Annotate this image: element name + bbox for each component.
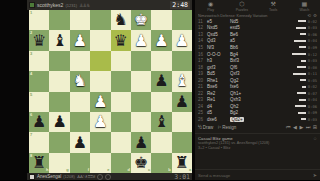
white-move[interactable]: Qxd5 xyxy=(207,32,230,37)
square-e6[interactable]: ♟ xyxy=(90,112,110,132)
file-label-b: b xyxy=(168,168,170,172)
square-a7[interactable] xyxy=(172,132,192,152)
black-move[interactable]: Qf6 xyxy=(230,65,253,70)
piece-black-pawn-c7[interactable]: ♟ xyxy=(131,132,151,152)
square-e3[interactable] xyxy=(90,51,110,71)
piece-black-knight-d1[interactable]: ♞ xyxy=(111,10,131,30)
move-time-bar xyxy=(299,46,306,48)
move-time-value: 0:07 xyxy=(308,91,317,96)
move-time-bar xyxy=(300,33,306,35)
send-icon[interactable]: ➤ xyxy=(313,172,317,178)
move-number: 17 xyxy=(198,58,207,63)
move-time-bar xyxy=(292,53,306,55)
piece-white-knight-f4[interactable]: ♞ xyxy=(70,71,90,91)
piece-black-pawn-a5[interactable]: ♟ xyxy=(172,92,192,112)
move-time: 0:04 xyxy=(294,38,317,43)
piece-white-pawn-a2[interactable]: ♟ xyxy=(172,30,192,50)
square-g6[interactable]: ♟ xyxy=(49,112,69,132)
square-f4[interactable]: ♞ xyxy=(70,71,90,91)
move-number: 26 xyxy=(198,117,207,122)
white-move[interactable]: O-O-O xyxy=(207,52,230,57)
square-c6[interactable] xyxy=(131,112,151,132)
move-time: 0:12 xyxy=(292,52,317,57)
black-move[interactable]: Be6 xyxy=(230,32,253,37)
move-time-bar xyxy=(298,112,306,114)
piece-white-pawn-e6[interactable]: ♟ xyxy=(90,112,110,132)
white-move[interactable]: Re1 xyxy=(207,97,230,102)
square-h2[interactable]: 2♛ xyxy=(29,30,49,50)
white-move[interactable]: Bd5 xyxy=(207,71,230,76)
piece-black-pawn-f7[interactable]: ♟ xyxy=(70,132,90,152)
watch-icon: ▦ xyxy=(289,1,320,8)
piece-white-pawn-e5[interactable]: ♟ xyxy=(90,92,110,112)
square-c1[interactable]: ♚ xyxy=(131,10,151,30)
move-time-value: 0:03 xyxy=(308,58,317,63)
move-number: 25 xyxy=(198,110,207,115)
top-player-rating: (1231) xyxy=(65,3,77,8)
square-g7[interactable] xyxy=(49,132,69,152)
draw-icon: ½ xyxy=(198,125,202,130)
nav-item-watch[interactable]: ▦Watch xyxy=(289,1,320,12)
top-player-captured-pieces: ♟♟♞ xyxy=(79,2,89,8)
square-f5[interactable] xyxy=(70,92,90,112)
move-time-value: 0:05 xyxy=(308,78,317,83)
square-h5[interactable]: 5 xyxy=(29,92,49,112)
square-b5[interactable] xyxy=(151,92,171,112)
black-move[interactable]: Qh1+ xyxy=(230,91,253,96)
move-navigation: ⏮◀▶⏭⊞ xyxy=(286,124,317,131)
square-c5[interactable] xyxy=(131,92,151,112)
move-time-value: 0:04 xyxy=(308,38,317,43)
square-e2[interactable] xyxy=(90,30,110,50)
piece-black-queen-d2[interactable]: ♛ xyxy=(111,30,131,50)
rank-label-4: 4 xyxy=(30,72,32,76)
move-time-bar xyxy=(302,86,306,88)
rank-label-1: 1 xyxy=(30,11,32,15)
rank-label-7: 7 xyxy=(30,133,32,137)
black-move[interactable]: Qg2 xyxy=(230,78,253,83)
move-time-value: 0:04 xyxy=(308,97,317,102)
first-move-button[interactable]: ⏮ xyxy=(286,124,291,131)
rank-label-5: 5 xyxy=(30,93,32,97)
move-time: 0:08 xyxy=(297,65,317,70)
move-time-value: 0:06 xyxy=(308,32,317,37)
top-nav: ◉Play⬡Puzzles⚒Tools▦Watch xyxy=(195,0,320,13)
analysis-board-button[interactable]: ⊞ xyxy=(313,124,317,131)
move-time-bar xyxy=(297,66,306,68)
square-d2[interactable]: ♛ xyxy=(111,30,131,50)
piece-white-pawn-f2[interactable]: ♟ xyxy=(70,30,90,50)
move-time-bar xyxy=(300,79,306,81)
move-time: 0:03 xyxy=(301,117,317,122)
top-player-clock: 2:48 xyxy=(170,1,190,9)
square-b7[interactable] xyxy=(151,132,171,152)
square-c7[interactable]: ♟ xyxy=(131,132,151,152)
move-time: 0:05 xyxy=(300,78,317,83)
black-move[interactable]: Qh2 xyxy=(230,104,253,109)
nav-item-play[interactable]: ◉Play xyxy=(195,1,226,12)
black-move[interactable]: Bb6 xyxy=(230,45,253,50)
move-time: 0:02 xyxy=(302,84,317,89)
piece-black-king-c8[interactable]: ♚ xyxy=(131,153,151,173)
chat-input[interactable]: Send a message xyxy=(198,173,313,178)
black-move[interactable]: Bxf3 xyxy=(230,58,253,63)
bottom-player-avatar xyxy=(29,174,35,180)
black-move[interactable]: exd5 xyxy=(230,25,253,30)
file-label-e: e xyxy=(107,168,109,172)
square-g2[interactable]: ♝ xyxy=(49,30,69,50)
white-move[interactable]: e5 xyxy=(207,19,230,24)
game-info-timecontrol: 3+2 • Casual • Blitz xyxy=(198,146,317,151)
square-f8[interactable]: f xyxy=(70,153,90,173)
nav-item-puzzles[interactable]: ⬡Puzzles xyxy=(226,1,257,12)
move-time-value: 0:02 xyxy=(308,19,317,24)
white-move[interactable]: Nxd5 xyxy=(207,25,230,30)
move-time-value: 0:03 xyxy=(308,117,317,122)
move-number: 16 xyxy=(198,52,207,57)
piece-white-king-c1[interactable]: ♚ xyxy=(131,10,151,30)
move-time-value: 0:12 xyxy=(308,52,317,57)
move-number: 12 xyxy=(198,25,207,30)
bottom-player-captured-pieces: ♙♙♘♗♖♖♕ xyxy=(77,174,95,179)
move-time-value: 0:02 xyxy=(308,84,317,89)
square-h3[interactable]: 3 xyxy=(29,51,49,71)
square-g5[interactable] xyxy=(49,92,69,112)
move-number: 18 xyxy=(198,65,207,70)
move-time-value: 0:09 xyxy=(308,45,317,50)
square-e5[interactable]: ♟ xyxy=(90,92,110,112)
square-b3[interactable] xyxy=(151,51,171,71)
move-time: 0:07 xyxy=(297,91,317,96)
white-move[interactable]: gxf3 xyxy=(207,65,230,70)
piece-black-pawn-g6[interactable]: ♟ xyxy=(49,112,69,132)
bookmark-icon[interactable]: ☆ xyxy=(313,136,317,141)
piece-black-pawn-h6[interactable]: ♟ xyxy=(29,112,49,132)
square-b6[interactable]: ♝ xyxy=(151,112,171,132)
piece-white-bishop-a4[interactable]: ♝ xyxy=(172,71,192,91)
square-a8[interactable]: a♜ xyxy=(172,153,192,173)
square-a6[interactable] xyxy=(172,112,192,132)
square-b2[interactable]: ♟ xyxy=(151,30,171,50)
square-e7[interactable] xyxy=(90,132,110,152)
square-c3[interactable] xyxy=(131,51,151,71)
opening-name: Nimzowitsch Defense: Kennedy Variation xyxy=(198,14,305,18)
square-c8[interactable]: c♚ xyxy=(131,153,151,173)
square-h4[interactable]: 4 xyxy=(29,71,49,91)
square-f3[interactable] xyxy=(70,51,90,71)
square-g8[interactable]: g xyxy=(49,153,69,173)
move-time: 0:03 xyxy=(296,25,317,30)
move-time: 0:09 xyxy=(299,45,317,50)
top-player-avatar xyxy=(29,2,35,8)
square-h7[interactable]: 7 xyxy=(29,132,49,152)
move-number: 15 xyxy=(198,45,207,50)
square-f7[interactable]: ♟ xyxy=(70,132,90,152)
move-number: 23 xyxy=(198,97,207,102)
move-time-value: 0:08 xyxy=(308,65,317,70)
move-number: 24 xyxy=(198,104,207,109)
move-list: 11e5Nd50:0212Nxd5exd50:0313Qxd5Be60:0614… xyxy=(195,18,320,123)
game-controls: ½ Draw ⚐ Resign ⏮◀▶⏭⊞ xyxy=(195,123,320,132)
top-player-name: scotthykes2 xyxy=(37,2,63,8)
game-info: Casual Blitz game scotthykes2 (1231) vs.… xyxy=(195,133,320,153)
move-time: 0:03 xyxy=(301,58,317,63)
move-number: 21 xyxy=(198,84,207,89)
move-number: 14 xyxy=(198,38,207,43)
square-a5[interactable]: ♟ xyxy=(172,92,192,112)
piece-white-pawn-b2[interactable]: ♟ xyxy=(151,30,171,50)
resign-label: Resign xyxy=(222,125,236,130)
chess-board[interactable]: 1♞♚2♛♝♟♛♟♟♟34♞♟♝5♟♟6♟♟♟♝7♟♟8h♜gfedc♚ba♜ xyxy=(29,10,192,173)
piece-black-bishop-b6[interactable]: ♝ xyxy=(151,112,171,132)
square-b4[interactable]: ♟ xyxy=(151,71,171,91)
square-a3[interactable] xyxy=(172,51,192,71)
square-d4[interactable] xyxy=(111,71,131,91)
black-move[interactable]: Qxf3 xyxy=(230,71,253,76)
square-e1[interactable] xyxy=(90,10,110,30)
move-time-bar xyxy=(293,73,306,75)
move-time-bar xyxy=(298,20,306,22)
move-number: 20 xyxy=(198,78,207,83)
opening-row: Nimzowitsch Defense: Kennedy Variation ⟲… xyxy=(195,13,320,18)
play-icon: ◉ xyxy=(195,1,226,8)
square-f6[interactable] xyxy=(70,112,90,132)
move-time-bar xyxy=(296,27,306,29)
draw-label: Draw xyxy=(203,125,214,130)
piece-black-pawn-b4[interactable]: ♟ xyxy=(151,71,171,91)
piece-black-queen-h2[interactable]: ♛ xyxy=(29,30,49,50)
black-move[interactable]: Bg4 xyxy=(230,52,253,57)
prev-move-button[interactable]: ◀ xyxy=(293,124,297,131)
square-h8[interactable]: 8h♜ xyxy=(29,153,49,173)
file-label-f: f xyxy=(88,168,89,172)
white-move[interactable]: Bxe6 xyxy=(207,84,230,89)
square-c4[interactable] xyxy=(131,71,151,91)
square-b1[interactable] xyxy=(151,10,171,30)
black-move[interactable]: Qd2+ xyxy=(230,117,253,122)
square-c2[interactable]: ♟ xyxy=(131,30,151,50)
white-move[interactable]: Qd3 xyxy=(207,38,230,43)
nav-item-tools[interactable]: ⚒Tools xyxy=(258,1,289,12)
white-move[interactable]: Rhe1 xyxy=(207,78,230,83)
side-panel: ◉Play⬡Puzzles⚒Tools▦Watch Nimzowitsch De… xyxy=(195,0,320,180)
move-time-bar xyxy=(295,105,306,107)
square-d1[interactable]: ♞ xyxy=(111,10,131,30)
piece-black-bishop-g2[interactable]: ♝ xyxy=(49,30,69,50)
file-label-g: g xyxy=(66,168,68,172)
white-move[interactable]: dxe6 xyxy=(207,117,230,122)
tools-icon: ⚒ xyxy=(258,1,289,8)
black-move[interactable]: Nd5 xyxy=(230,19,253,24)
move-time: 0:02 xyxy=(298,19,317,24)
square-f2[interactable]: ♟ xyxy=(70,30,90,50)
bottom-player-name: AnesSengal xyxy=(37,174,61,179)
square-g1[interactable] xyxy=(49,10,69,30)
square-e4[interactable] xyxy=(90,71,110,91)
square-h1[interactable]: 1 xyxy=(29,10,49,30)
square-a1[interactable] xyxy=(172,10,192,30)
resign-button[interactable]: ⚐ Resign xyxy=(217,125,236,130)
move-time-bar xyxy=(294,40,306,42)
move-time-value: 0:09 xyxy=(308,110,317,115)
move-time-bar xyxy=(301,118,306,120)
white-move[interactable]: h3 xyxy=(207,58,230,63)
app-window: scotthykes2 (1231) ♟♟♞ 2:48 1♞♚2♛♝♟♛♟♟♟3… xyxy=(0,0,320,180)
piece-black-rook-h8[interactable]: ♜ xyxy=(29,153,49,173)
square-g3[interactable] xyxy=(49,51,69,71)
square-d6[interactable] xyxy=(111,112,131,132)
move-time-value: 0:06 xyxy=(308,104,317,109)
move-time: 0:09 xyxy=(298,110,317,115)
square-d7[interactable] xyxy=(111,132,131,152)
move-number: 11 xyxy=(198,19,207,24)
next-move-button[interactable]: ▶ xyxy=(299,124,303,131)
puzzles-icon: ⬡ xyxy=(226,1,257,8)
move-time: 0:06 xyxy=(295,104,317,109)
move-time-value: 0:11 xyxy=(308,71,317,76)
square-d5[interactable] xyxy=(111,92,131,112)
square-d8[interactable]: d xyxy=(111,153,131,173)
move-time: 0:04 xyxy=(299,97,317,102)
square-g4[interactable] xyxy=(49,71,69,91)
move-number: 13 xyxy=(198,32,207,37)
move-time-bar xyxy=(297,92,306,94)
chat-bar: Send a message ➤ xyxy=(195,169,320,180)
move-time: 0:06 xyxy=(300,32,317,37)
move-time-bar xyxy=(301,60,306,62)
bottom-player-rating: (1208) xyxy=(63,174,75,179)
zap-icon[interactable] xyxy=(97,174,103,180)
square-h6[interactable]: 6♟ xyxy=(29,112,49,132)
black-move[interactable]: a5 xyxy=(230,38,253,43)
draw-button[interactable]: ½ Draw xyxy=(198,125,213,130)
black-move[interactable]: Qxh3 xyxy=(230,97,253,102)
move-time-value: 0:03 xyxy=(308,25,317,30)
bottom-player-clock: 3:01 xyxy=(174,173,190,181)
file-label-d: d xyxy=(128,168,130,172)
square-a2[interactable]: ♟ xyxy=(172,30,192,50)
move-number: 19 xyxy=(198,71,207,76)
bottom-player-bar: AnesSengal (1208) ♙♙♘♗♖♖♕ 3:01 xyxy=(27,173,192,180)
gear-icon[interactable]: ⚙ xyxy=(313,13,317,18)
rank-label-3: 3 xyxy=(30,52,32,56)
move-time: 0:11 xyxy=(293,71,317,76)
top-player-bar: scotthykes2 (1231) ♟♟♞ 2:48 xyxy=(27,0,192,10)
white-move[interactable]: d5 xyxy=(207,110,230,115)
flag-icon: ⚐ xyxy=(217,125,221,130)
flip-board-icon[interactable]: ⟲ xyxy=(307,13,311,18)
white-move[interactable]: Nf3 xyxy=(207,45,230,50)
white-move[interactable]: Re2 xyxy=(207,91,230,96)
last-move-button[interactable]: ⏭ xyxy=(306,124,311,131)
black-move[interactable]: Bg2 xyxy=(230,110,253,115)
square-e8[interactable]: e xyxy=(90,153,110,173)
eye-icon[interactable] xyxy=(105,174,111,180)
move-time-bar xyxy=(299,99,306,101)
black-move[interactable]: fxe6 xyxy=(230,84,253,89)
piece-white-pawn-c2[interactable]: ♟ xyxy=(131,30,151,50)
square-b8[interactable]: b xyxy=(151,153,171,173)
square-f1[interactable] xyxy=(70,10,90,30)
square-d3[interactable] xyxy=(111,51,131,71)
white-move[interactable]: d4 xyxy=(207,104,230,109)
square-a4[interactable]: ♝ xyxy=(172,71,192,91)
piece-black-rook-a8[interactable]: ♜ xyxy=(172,153,192,173)
move-number: 22 xyxy=(198,91,207,96)
